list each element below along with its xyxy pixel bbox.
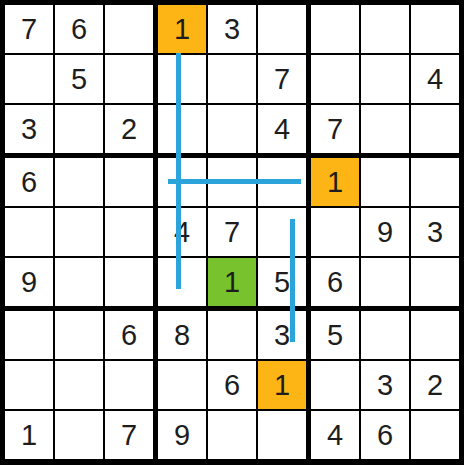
cell-r4c1[interactable]: 6 (5, 158, 53, 206)
cell-r6c8[interactable] (361, 258, 409, 306)
cell-r6c3[interactable] (105, 258, 153, 306)
cell-r9c8[interactable]: 6 (361, 411, 409, 459)
chain-line-row4-horizontal (168, 179, 301, 184)
cell-r5c5[interactable]: 7 (208, 208, 256, 256)
cell-r7c5[interactable] (208, 311, 256, 359)
cell-r7c6[interactable]: 3 (258, 311, 306, 359)
cell-r3c5[interactable] (208, 105, 256, 153)
cell-r6c9[interactable] (411, 258, 459, 306)
cell-r7c9[interactable] (411, 311, 459, 359)
cell-r1c1[interactable]: 7 (5, 5, 53, 53)
chain-line-col4-vertical (176, 53, 181, 289)
cell-r2c4[interactable] (158, 55, 206, 103)
cell-r2c9[interactable]: 4 (411, 55, 459, 103)
cell-r3c1[interactable]: 3 (5, 105, 53, 153)
cell-r4c3[interactable] (105, 158, 153, 206)
chain-line-col6-vertical (290, 219, 295, 342)
cell-r9c3[interactable]: 7 (105, 411, 153, 459)
cell-r2c5[interactable] (208, 55, 256, 103)
cell-r9c7[interactable]: 4 (311, 411, 359, 459)
cell-r6c4[interactable] (158, 258, 206, 306)
cell-r1c9[interactable] (411, 5, 459, 53)
cell-r3c2[interactable] (55, 105, 103, 153)
cell-r7c3[interactable]: 6 (105, 311, 153, 359)
cell-r4c2[interactable] (55, 158, 103, 206)
cell-r9c6[interactable] (258, 411, 306, 459)
cell-r3c4[interactable] (158, 105, 206, 153)
cell-r5c1[interactable] (5, 208, 53, 256)
cell-r9c4[interactable]: 9 (158, 411, 206, 459)
cell-r4c9[interactable] (411, 158, 459, 206)
cell-r1c2[interactable]: 6 (55, 5, 103, 53)
cell-r1c5[interactable]: 3 (208, 5, 256, 53)
cell-r1c8[interactable] (361, 5, 409, 53)
cell-r7c4[interactable]: 8 (158, 311, 206, 359)
cell-r8c8[interactable]: 3 (361, 361, 409, 409)
cell-r5c4[interactable]: 4 (158, 208, 206, 256)
cell-r5c2[interactable] (55, 208, 103, 256)
cell-r9c9[interactable] (411, 411, 459, 459)
cell-r5c9[interactable]: 3 (411, 208, 459, 256)
cell-r5c3[interactable] (105, 208, 153, 256)
cell-r1c6[interactable] (258, 5, 306, 53)
cell-r9c2[interactable] (55, 411, 103, 459)
cell-r1c7[interactable] (311, 5, 359, 53)
cell-r6c1[interactable]: 9 (5, 258, 53, 306)
cell-r9c5[interactable] (208, 411, 256, 459)
sudoku-board: 7613574324761479391566835613217946 (0, 0, 464, 465)
cell-r8c6[interactable]: 1 (258, 361, 306, 409)
cell-r3c7[interactable]: 7 (311, 105, 359, 153)
cell-r1c4[interactable]: 1 (158, 5, 206, 53)
cell-r7c8[interactable] (361, 311, 409, 359)
cell-r6c6[interactable]: 5 (258, 258, 306, 306)
cell-r3c3[interactable]: 2 (105, 105, 153, 153)
cell-r6c7[interactable]: 6 (311, 258, 359, 306)
cell-r8c5[interactable]: 6 (208, 361, 256, 409)
cell-r8c4[interactable] (158, 361, 206, 409)
cell-r7c1[interactable] (5, 311, 53, 359)
cell-r7c2[interactable] (55, 311, 103, 359)
cell-r1c3[interactable] (105, 5, 153, 53)
cell-r5c7[interactable] (311, 208, 359, 256)
cell-r2c3[interactable] (105, 55, 153, 103)
cell-r2c7[interactable] (311, 55, 359, 103)
cell-r8c7[interactable] (311, 361, 359, 409)
cell-r6c2[interactable] (55, 258, 103, 306)
cell-r4c7[interactable]: 1 (311, 158, 359, 206)
cell-r2c8[interactable] (361, 55, 409, 103)
cell-r8c1[interactable] (5, 361, 53, 409)
cell-r7c7[interactable]: 5 (311, 311, 359, 359)
cell-r5c8[interactable]: 9 (361, 208, 409, 256)
cell-r2c6[interactable]: 7 (258, 55, 306, 103)
cell-r9c1[interactable]: 1 (5, 411, 53, 459)
cell-r3c9[interactable] (411, 105, 459, 153)
cell-r6c5[interactable]: 1 (208, 258, 256, 306)
cell-r2c1[interactable] (5, 55, 53, 103)
cell-r8c9[interactable]: 2 (411, 361, 459, 409)
cell-r5c6[interactable] (258, 208, 306, 256)
cell-r4c8[interactable] (361, 158, 409, 206)
cell-r3c8[interactable] (361, 105, 409, 153)
cell-r8c2[interactable] (55, 361, 103, 409)
cell-r2c2[interactable]: 5 (55, 55, 103, 103)
cell-r8c3[interactable] (105, 361, 153, 409)
cell-r3c6[interactable]: 4 (258, 105, 306, 153)
